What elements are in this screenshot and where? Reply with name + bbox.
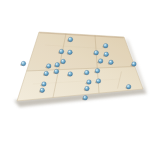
scene — [0, 0, 150, 150]
board-photo — [0, 0, 150, 150]
marble — [20, 61, 26, 66]
